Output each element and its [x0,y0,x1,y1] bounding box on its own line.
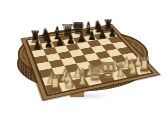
square-c1: ♝ [72,78,89,89]
board-perspective-scene: ♜♞♝♛♚♝♞♜♟♟♟♟♟♟♟♟♟♟♟♟♟♟♟♟♜♞♝♛♚♝♞♜ [22,8,142,98]
square-c2: ♟ [68,70,85,80]
chess-set-photo: ♜♞♝♛♚♝♞♜♟♟♟♟♟♟♟♟♟♟♟♟♟♟♟♟♜♞♝♛♚♝♞♜ [0,0,166,120]
chess-board: ♜♞♝♛♚♝♞♜♟♟♟♟♟♟♟♟♟♟♟♟♟♟♟♟♜♞♝♛♚♝♞♜ [25,26,153,96]
